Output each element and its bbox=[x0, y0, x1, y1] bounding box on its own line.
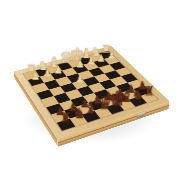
piece-white-knight-b1: ♞ bbox=[37, 60, 49, 72]
piece-white-rook-h1: ♜ bbox=[100, 44, 111, 55]
chess-board: ♜♞♝♛♚♝♞♜♟♟♟♟♟♟♟♟♟♟♟♟♟♟♟♟♜♞♝♛♚♝♞♜ bbox=[14, 46, 170, 139]
square-g7: ♟ bbox=[122, 89, 140, 99]
chess-set-product-photo[interactable]: ♜♞♝♛♚♝♞♜♟♟♟♟♟♟♟♟♟♟♟♟♟♟♟♟♜♞♝♛♚♝♞♜ bbox=[0, 0, 190, 190]
clasp-icon bbox=[138, 111, 146, 118]
scene: ♜♞♝♛♚♝♞♜♟♟♟♟♟♟♟♟♟♟♟♟♟♟♟♟♜♞♝♛♚♝♞♜ bbox=[0, 0, 190, 190]
board-frame: ♜♞♝♛♚♝♞♜♟♟♟♟♟♟♟♟♟♟♟♟♟♟♟♟♜♞♝♛♚♝♞♜ bbox=[14, 46, 170, 139]
